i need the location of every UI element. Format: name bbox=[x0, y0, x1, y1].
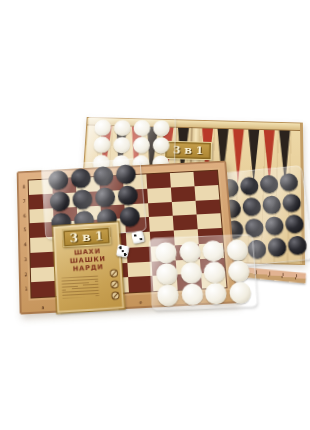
label-3in1-sticker: 3 в 1 ШАХИ ШАШКИ НАРДИ bbox=[52, 221, 126, 314]
white-checker bbox=[205, 283, 228, 305]
file-label-a: a bbox=[33, 302, 53, 312]
chess-square-a2 bbox=[31, 266, 56, 282]
black-checker bbox=[279, 172, 299, 191]
black-checker bbox=[47, 170, 68, 191]
rank-label-3: 3 bbox=[22, 253, 29, 265]
rank-label-7: 7 bbox=[20, 195, 27, 207]
rank-label-4: 4 bbox=[21, 239, 28, 251]
black-checker bbox=[287, 235, 308, 255]
chess-square-h5 bbox=[197, 213, 222, 229]
white-checker bbox=[181, 283, 204, 305]
black-checker bbox=[71, 189, 92, 210]
white-checker bbox=[113, 120, 130, 136]
chess-square-a4 bbox=[30, 237, 54, 253]
chess-square-g7 bbox=[171, 186, 196, 202]
die-1 bbox=[116, 244, 130, 258]
black-checker bbox=[267, 237, 288, 257]
file-label-e: e bbox=[131, 297, 151, 307]
white-checker bbox=[202, 240, 224, 262]
black-checker bbox=[70, 168, 91, 189]
badge-text: 3 в 1 bbox=[69, 229, 103, 245]
white-checker bbox=[204, 261, 227, 283]
chess-square-h6 bbox=[196, 199, 221, 215]
white-checker bbox=[226, 239, 249, 261]
white-checker bbox=[156, 263, 178, 285]
chess-square-a3 bbox=[30, 251, 55, 267]
chessboard: 87654321 abcdefgh 3 в 1 ШАХИ ШАШКИ НАРДИ bbox=[17, 161, 238, 315]
black-checker bbox=[242, 196, 262, 216]
white-checker bbox=[94, 119, 111, 135]
rank-label-8: 8 bbox=[20, 181, 27, 193]
chess-square-f8 bbox=[146, 173, 170, 188]
white-checker bbox=[155, 242, 177, 264]
chess-square-g5 bbox=[173, 215, 198, 231]
chess-square-f7 bbox=[147, 187, 172, 203]
chess-square-h7 bbox=[194, 185, 219, 201]
product-photo: 3 в 1 шахи 87654321 abcdefgh 3 в 1 ШАХИ … bbox=[0, 0, 310, 430]
chess-square-a1 bbox=[31, 281, 56, 297]
label-fine-print bbox=[62, 275, 100, 298]
black-checker bbox=[118, 206, 140, 227]
black-checker bbox=[239, 176, 259, 195]
prohibition-icon bbox=[110, 280, 119, 289]
white-checkers-bag-chess bbox=[150, 235, 257, 310]
prohibition-icon bbox=[110, 269, 119, 278]
black-checker bbox=[94, 187, 115, 208]
label-icons-column bbox=[110, 269, 120, 300]
black-checker bbox=[264, 215, 284, 235]
chess-square-f5 bbox=[149, 216, 174, 232]
chess-square-e2 bbox=[127, 261, 152, 277]
white-checker bbox=[152, 138, 169, 154]
white-checker bbox=[227, 260, 250, 282]
rank-label-5: 5 bbox=[21, 224, 28, 236]
white-checker bbox=[113, 137, 130, 153]
badge-3in1-label: 3 в 1 bbox=[62, 226, 111, 247]
white-checker bbox=[153, 120, 170, 136]
white-checker bbox=[229, 282, 252, 304]
white-checker bbox=[133, 120, 150, 136]
chess-square-e3 bbox=[127, 246, 152, 262]
black-checker bbox=[281, 193, 301, 213]
rank-label-2: 2 bbox=[22, 268, 29, 280]
age-mark-icon bbox=[111, 291, 120, 300]
black-checker bbox=[284, 214, 304, 234]
rank-label-1: 1 bbox=[22, 283, 29, 295]
chess-square-e1 bbox=[128, 276, 153, 292]
black-checker bbox=[259, 174, 279, 193]
white-checker bbox=[180, 262, 202, 284]
rank-label-6: 6 bbox=[21, 210, 28, 222]
white-checker bbox=[93, 137, 110, 153]
white-checker bbox=[179, 241, 201, 263]
chess-square-f6 bbox=[148, 202, 173, 218]
white-checker bbox=[157, 284, 179, 306]
black-checker bbox=[49, 191, 70, 212]
black-checker bbox=[92, 166, 113, 187]
chess-square-g8 bbox=[170, 172, 195, 187]
white-checker bbox=[132, 137, 149, 153]
black-checker bbox=[262, 195, 282, 215]
chess-square-h8 bbox=[193, 171, 218, 186]
black-checker bbox=[244, 217, 264, 237]
chess-square-g6 bbox=[172, 200, 197, 216]
badge-text: 3 в 1 bbox=[173, 144, 204, 157]
black-checker bbox=[117, 185, 138, 206]
black-checker bbox=[115, 164, 136, 185]
